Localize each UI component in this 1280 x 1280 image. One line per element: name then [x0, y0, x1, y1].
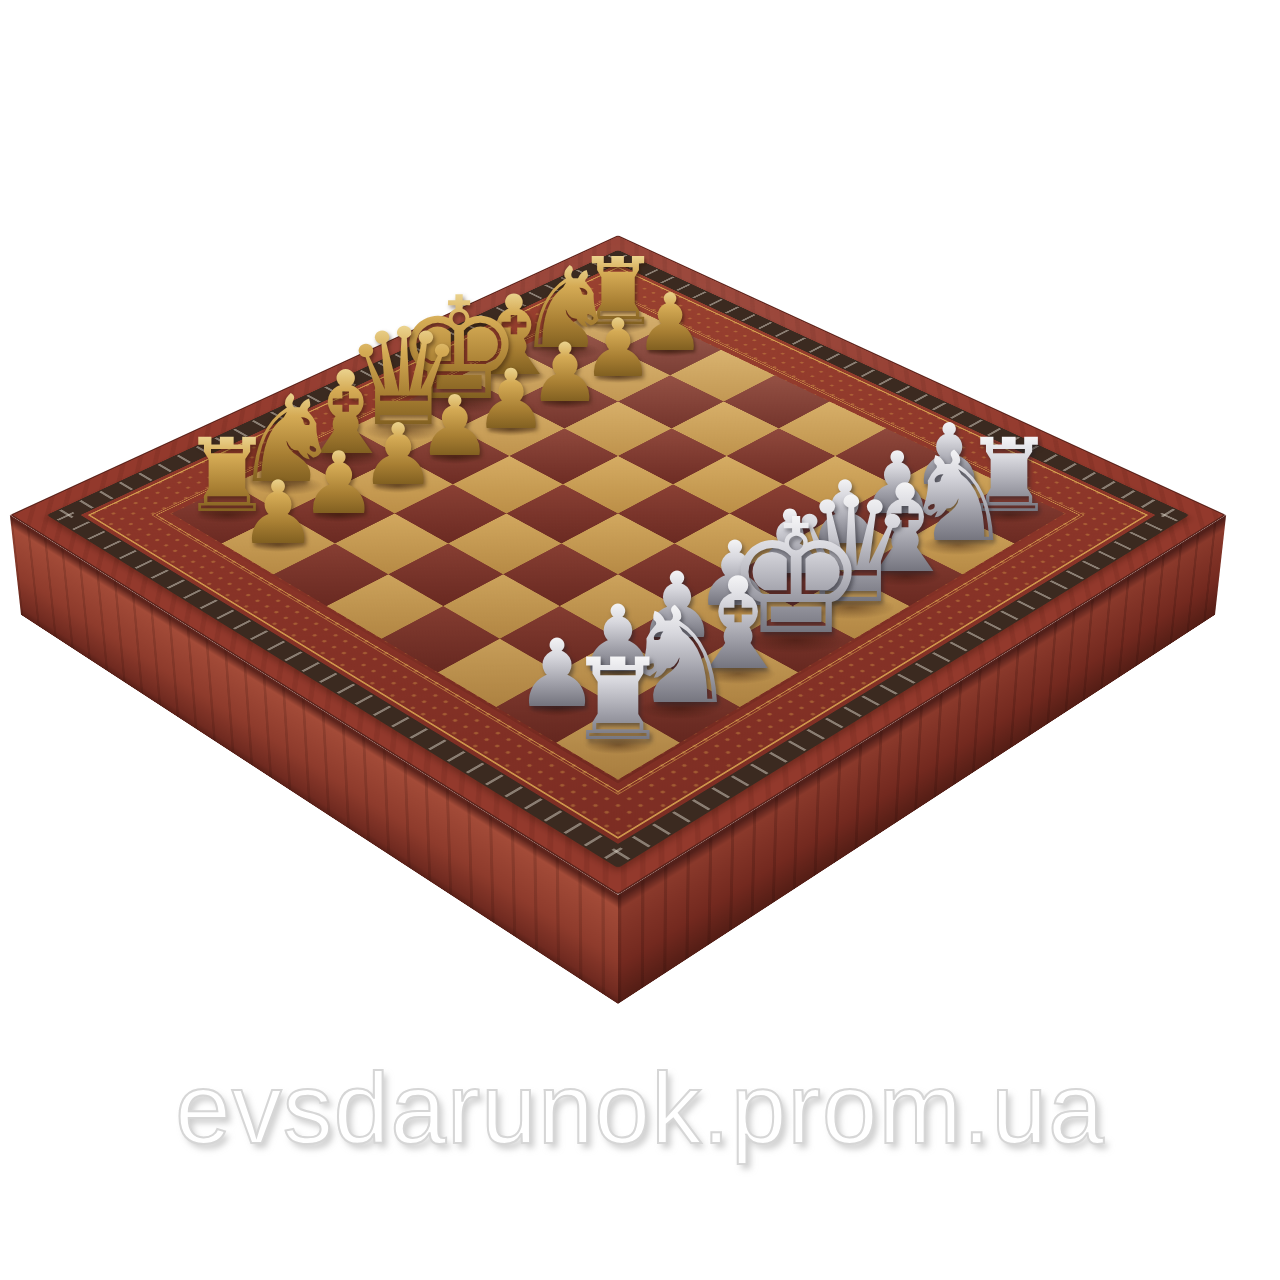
watermark: evsdarunok.prom.ua: [0, 1058, 1280, 1158]
square-g5: [388, 543, 503, 606]
square-d3: [675, 514, 788, 575]
square-d2: [733, 543, 848, 606]
square-e3: [618, 543, 733, 606]
square-f2: [618, 606, 736, 672]
square-h5: [327, 574, 444, 638]
square-g1: [618, 672, 740, 742]
square-e1: [736, 606, 854, 672]
chess-board: [47, 250, 1190, 868]
square-e4: [561, 514, 674, 575]
square-h7: [222, 514, 335, 575]
square-c1: [848, 543, 963, 606]
square-c2: [788, 514, 901, 575]
square-f4: [503, 543, 618, 606]
square-h2: [496, 672, 618, 742]
square-d1: [793, 574, 910, 638]
chess-board-box: [10, 235, 1226, 895]
square-g2: [558, 639, 678, 707]
square-h1: [556, 707, 680, 780]
square-g3: [500, 606, 618, 672]
product-photo: ♜♞♝♚♛♝♞♜♟♟♟♟♟♟♟♟♟♟♟♟♟♟♟♟♜♞♝♛♚♝♞♜ evsdaru…: [0, 0, 1280, 1280]
